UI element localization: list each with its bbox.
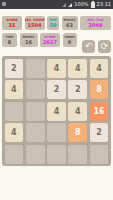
tile-2: 2: [47, 80, 66, 99]
stat-chip-score: SCORE31: [2, 16, 22, 30]
battery-percent-text: 100%: [74, 0, 88, 9]
stat-value: 50: [50, 22, 57, 28]
stat-value: 8: [8, 39, 11, 45]
stat-value: 2617: [43, 39, 57, 45]
undo-button[interactable]: ↶: [82, 40, 95, 53]
stat-value: 0: [68, 39, 71, 45]
tile-8: 8: [68, 123, 87, 142]
signal-icon: [62, 3, 66, 7]
empty-cell: [68, 145, 87, 164]
stat-value: 2048: [89, 22, 103, 28]
tile-16: 16: [90, 102, 109, 121]
stats-row-2: TIME8MOVES16SCORE2617UNDO0: [2, 33, 77, 47]
tile-4: 4: [68, 102, 87, 121]
restart-icon: ⟳: [101, 40, 109, 53]
empty-cell: [26, 59, 45, 78]
tile-2: 2: [5, 59, 24, 78]
restart-button[interactable]: ⟳: [98, 40, 111, 53]
notification-icon: [2, 2, 6, 6]
stat-value: 31: [9, 22, 16, 28]
tile-2: 2: [90, 123, 109, 142]
stat-chip-moves: MOVES63: [62, 16, 78, 30]
empty-cell: [90, 145, 109, 164]
stat-chip-score: SCORE2617: [40, 33, 60, 47]
stats-row-1: SCORE31REC. SCORE1504TIME50MOVES63REC. T…: [2, 16, 111, 30]
tile-8: 8: [90, 80, 109, 99]
clock-text: 23:11: [97, 0, 111, 9]
app-screen: 100% 23:11 SCORE31REC. SCORE1504TIME50MO…: [0, 0, 113, 200]
empty-cell: [26, 80, 45, 99]
stat-chip-moves: MOVES16: [20, 33, 38, 47]
stat-chip-undo: UNDO0: [63, 33, 77, 47]
battery-icon: [91, 2, 95, 8]
status-bar: 100% 23:11: [0, 0, 113, 9]
empty-cell: [47, 123, 66, 142]
empty-cell: [5, 145, 24, 164]
tile-2: 2: [68, 80, 87, 99]
tile-4: 4: [47, 59, 66, 78]
tile-4: 4: [68, 59, 87, 78]
stat-value: 63: [66, 22, 73, 28]
stat-chip-rec-tile: REC. TILE2048: [80, 16, 111, 30]
stat-value: 16: [25, 39, 32, 45]
tile-4: 4: [47, 102, 66, 121]
board[interactable]: 244442284416482: [2, 56, 111, 166]
empty-cell: [26, 123, 45, 142]
empty-cell: [26, 145, 45, 164]
stat-chip-rec-score: REC. SCORE1504: [25, 16, 45, 30]
tile-4: 4: [5, 123, 24, 142]
stat-chip-time: TIME8: [2, 33, 17, 47]
stat-value: 1504: [28, 22, 42, 28]
undo-icon: ↶: [85, 40, 93, 53]
empty-cell: [47, 145, 66, 164]
tile-4: 4: [5, 80, 24, 99]
wifi-icon: [68, 3, 72, 7]
tile-4: 4: [90, 59, 109, 78]
empty-cell: [5, 102, 24, 121]
stat-chip-time: TIME50: [47, 16, 59, 30]
empty-cell: [26, 102, 45, 121]
